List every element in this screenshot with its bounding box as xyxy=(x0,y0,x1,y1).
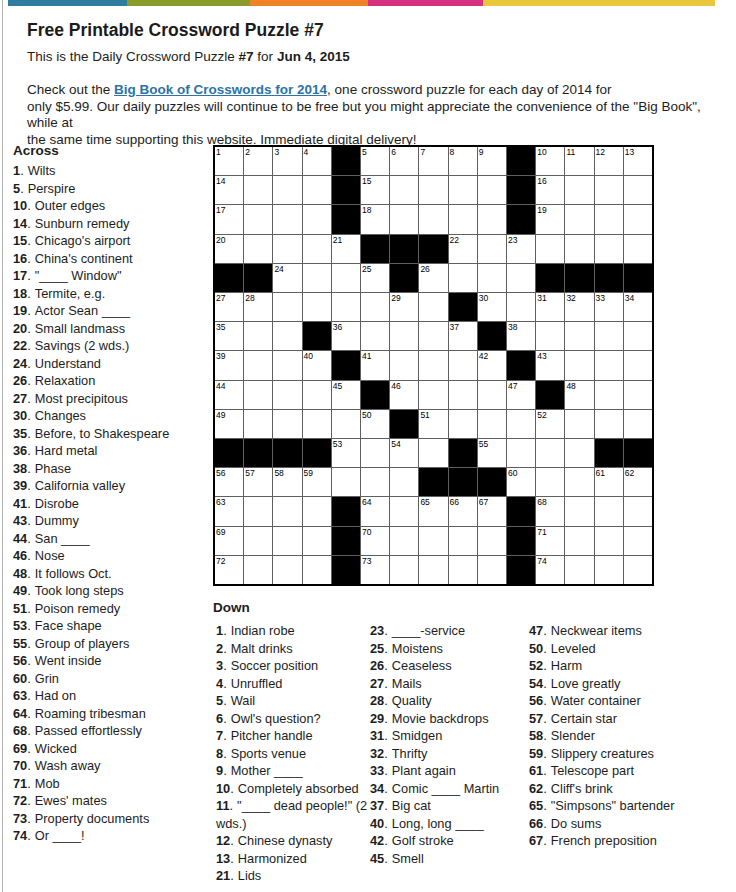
grid-cell xyxy=(449,556,477,584)
grid-cell-block xyxy=(536,381,564,409)
grid-cell xyxy=(419,351,447,379)
grid-cell: 61 xyxy=(595,468,623,496)
clue-separator: . xyxy=(27,758,31,773)
clue-text: Most precipitous xyxy=(35,391,128,406)
clue-number: 42 xyxy=(370,833,384,848)
cell-number: 23 xyxy=(508,235,517,245)
clue-number: 18 xyxy=(13,286,27,301)
clue-item: 31.Smidgen xyxy=(370,727,528,745)
cell-number: 55 xyxy=(479,439,488,449)
grid-cell-block xyxy=(478,322,506,350)
grid-cell xyxy=(361,293,389,321)
grid-cell xyxy=(478,176,506,204)
clue-number: 41 xyxy=(13,496,27,511)
grid-cell xyxy=(536,235,564,263)
clue-text: Cliff's brink xyxy=(551,781,613,796)
clue-item: 43.Dummy xyxy=(13,512,213,530)
clue-separator: . xyxy=(543,798,547,813)
clue-separator: . xyxy=(27,566,31,581)
page-left-border xyxy=(2,0,3,892)
clue-text: Phase xyxy=(35,461,71,476)
grid-cell-block xyxy=(332,351,360,379)
grid-cell: 74 xyxy=(536,556,564,584)
promo-line-1: Check out the Big Book of Crosswords for… xyxy=(27,82,727,99)
grid-cell xyxy=(244,205,272,233)
grid-cell xyxy=(624,497,652,525)
clue-number: 25 xyxy=(370,641,384,656)
grid-cell: 21 xyxy=(332,235,360,263)
clue-separator: . xyxy=(223,728,227,743)
grid-cell xyxy=(244,381,272,409)
cell-number: 67 xyxy=(479,497,488,507)
grid-cell xyxy=(507,264,535,292)
clue-number: 14 xyxy=(13,216,27,231)
grid-cell xyxy=(390,322,418,350)
clue-text: Completely absorbed xyxy=(238,781,359,796)
clue-separator: . xyxy=(543,623,547,638)
clue-item: 11."____ dead people!" (2 wds.) xyxy=(216,797,374,832)
clue-text: Passed effortlessly xyxy=(35,723,142,738)
cell-number: 35 xyxy=(216,322,225,332)
clue-text: Moistens xyxy=(392,641,443,656)
clue-separator: . xyxy=(27,828,31,843)
grid-cell xyxy=(449,176,477,204)
grid-cell xyxy=(565,205,593,233)
grid-cell: 50 xyxy=(361,410,389,438)
grid-cell xyxy=(303,235,331,263)
clue-item: 26.Ceaseless xyxy=(370,657,528,675)
clue-separator: . xyxy=(543,641,547,656)
clue-item: 10.Outer edges xyxy=(13,197,213,215)
cell-number: 60 xyxy=(508,468,517,478)
cell-number: 29 xyxy=(391,293,400,303)
clue-item: 33.Plant again xyxy=(370,762,528,780)
clue-separator: . xyxy=(20,163,24,178)
grid-cell-block xyxy=(624,439,652,467)
clue-separator: . xyxy=(384,781,388,796)
header-stripe-yellow xyxy=(483,0,715,6)
grid-cell: 8 xyxy=(449,147,477,175)
clue-number: 24 xyxy=(13,356,27,371)
grid-cell xyxy=(419,556,447,584)
cell-number: 59 xyxy=(304,468,313,478)
clue-number: 38 xyxy=(13,461,27,476)
clue-text: Sunburn remedy xyxy=(35,216,130,231)
clue-separator: . xyxy=(223,763,227,778)
clue-number: 39 xyxy=(13,478,27,493)
grid-cell: 69 xyxy=(215,527,243,555)
clue-text: Chinese dynasty xyxy=(238,833,333,848)
clue-text: "____ dead people!" (2 wds.) xyxy=(216,798,367,831)
grid-cell: 10 xyxy=(536,147,564,175)
grid-cell xyxy=(624,322,652,350)
cell-number: 3 xyxy=(274,147,279,157)
grid-cell xyxy=(390,556,418,584)
clue-separator: . xyxy=(27,198,31,213)
clue-item: 64.Roaming tribesman xyxy=(13,705,213,723)
grid-cell xyxy=(595,322,623,350)
cell-number: 41 xyxy=(362,351,371,361)
grid-cell: 58 xyxy=(273,468,301,496)
clue-text: Neckwear items xyxy=(551,623,642,638)
grid-cell xyxy=(478,264,506,292)
clue-text: Wicked xyxy=(35,741,77,756)
clue-separator: . xyxy=(27,338,31,353)
grid-cell-block xyxy=(215,264,243,292)
cell-number: 14 xyxy=(216,176,225,186)
grid-cell: 31 xyxy=(536,293,564,321)
clue-text: Wash away xyxy=(35,758,101,773)
clue-separator: . xyxy=(223,641,227,656)
grid-cell-block xyxy=(507,176,535,204)
grid-cell: 52 xyxy=(536,410,564,438)
clue-text: Changes xyxy=(35,408,86,423)
grid-cell xyxy=(303,556,331,584)
grid-cell xyxy=(595,410,623,438)
grid-cell xyxy=(390,205,418,233)
clue-item: 4.Unruffled xyxy=(216,675,374,693)
grid-cell: 73 xyxy=(361,556,389,584)
grid-cell: 9 xyxy=(478,147,506,175)
clue-text: Comic ____ Martin xyxy=(392,781,499,796)
clue-item: 61.Telescope part xyxy=(529,762,707,780)
cell-number: 28 xyxy=(245,293,254,303)
clue-item: 67.French preposition xyxy=(529,832,707,850)
cell-number: 71 xyxy=(537,527,546,537)
grid-cell: 20 xyxy=(215,235,243,263)
clue-text: Grin xyxy=(35,671,59,686)
grid-cell: 3 xyxy=(273,147,301,175)
grid-cell: 43 xyxy=(536,351,564,379)
grid-cell-block xyxy=(303,322,331,350)
grid-cell xyxy=(273,322,301,350)
grid-cell xyxy=(273,381,301,409)
grid-cell: 32 xyxy=(565,293,593,321)
clue-separator: . xyxy=(384,798,388,813)
clue-number: 10 xyxy=(216,781,230,796)
clue-separator: . xyxy=(27,496,31,511)
grid-cell xyxy=(449,381,477,409)
clue-separator: . xyxy=(27,723,31,738)
grid-cell: 17 xyxy=(215,205,243,233)
grid-cell-block xyxy=(624,264,652,292)
grid-cell xyxy=(478,381,506,409)
cell-number: 8 xyxy=(450,147,455,157)
clue-number: 54 xyxy=(529,676,543,691)
cell-number: 2 xyxy=(245,147,250,157)
cell-number: 17 xyxy=(216,205,225,215)
grid-cell-block xyxy=(595,264,623,292)
clue-separator: . xyxy=(223,658,227,673)
grid-cell xyxy=(390,497,418,525)
puzzle-number: #7 xyxy=(239,49,254,64)
grid-cell: 45 xyxy=(332,381,360,409)
clue-item: 10.Completely absorbed xyxy=(216,780,374,798)
grid-cell-block xyxy=(507,205,535,233)
cell-number: 25 xyxy=(362,264,371,274)
grid-cell xyxy=(244,235,272,263)
clue-number: 64 xyxy=(13,706,27,721)
clue-separator: . xyxy=(27,583,31,598)
clue-number: 59 xyxy=(529,746,543,761)
clue-number: 51 xyxy=(13,601,27,616)
clue-item: 16.China's continent xyxy=(13,250,213,268)
grid-cell xyxy=(273,497,301,525)
clue-number: 65 xyxy=(529,798,543,813)
clue-item: 71.Mob xyxy=(13,775,213,793)
grid-cell: 2 xyxy=(244,147,272,175)
clue-separator: . xyxy=(223,711,227,726)
clue-text: Water container xyxy=(551,693,641,708)
clue-item: 1.Wilts xyxy=(13,162,213,180)
clue-number: 17 xyxy=(13,268,27,283)
across-clue-list: 1.Wilts5.Perspire10.Outer edges14.Sunbur… xyxy=(13,162,213,845)
cell-number: 62 xyxy=(625,468,634,478)
header-stripe-olive xyxy=(127,0,250,6)
clue-item: 15.Chicago's airport xyxy=(13,232,213,250)
clue-text: California valley xyxy=(35,478,125,493)
clue-item: 38.Phase xyxy=(13,460,213,478)
clue-item: 34.Comic ____ Martin xyxy=(370,780,528,798)
clue-number: 70 xyxy=(13,758,27,773)
clue-number: 62 xyxy=(529,781,543,796)
clue-item: 62.Cliff's brink xyxy=(529,780,707,798)
grid-cell xyxy=(624,351,652,379)
clue-item: 53.Face shape xyxy=(13,617,213,635)
grid-cell: 41 xyxy=(361,351,389,379)
clue-text: Hard metal xyxy=(35,443,98,458)
big-book-link[interactable]: Big Book of Crosswords for 2014 xyxy=(114,82,327,97)
clue-separator: . xyxy=(230,781,234,796)
grid-cell: 6 xyxy=(390,147,418,175)
clue-text: Love greatly xyxy=(551,676,621,691)
grid-cell xyxy=(273,351,301,379)
grid-cell xyxy=(419,381,447,409)
cell-number: 46 xyxy=(391,381,400,391)
grid-cell xyxy=(361,439,389,467)
grid-cell xyxy=(565,556,593,584)
grid-cell xyxy=(273,235,301,263)
clue-number: 20 xyxy=(13,321,27,336)
promo-line-2: only $5.99. Our daily puzzles will conti… xyxy=(27,99,727,132)
clue-separator: . xyxy=(27,268,31,283)
down-clue-column-2: 23.____-service25.Moistens26.Ceaseless27… xyxy=(370,622,528,867)
clue-text: Wail xyxy=(231,693,255,708)
grid-cell xyxy=(303,205,331,233)
clue-number: 46 xyxy=(13,548,27,563)
clue-separator: . xyxy=(27,653,31,668)
grid-cell: 4 xyxy=(303,147,331,175)
clue-text: Thrifty xyxy=(392,746,428,761)
clue-text: Mails xyxy=(392,676,422,691)
promo-line1-post: , one crossword puzzle for each day of 2… xyxy=(327,82,611,97)
clue-item: 69.Wicked xyxy=(13,740,213,758)
cell-number: 13 xyxy=(625,147,634,157)
clue-item: 40.Long, long ____ xyxy=(370,815,528,833)
grid-cell: 60 xyxy=(507,468,535,496)
clue-number: 58 xyxy=(529,728,543,743)
grid-cell xyxy=(595,527,623,555)
clue-text: Mob xyxy=(35,776,60,791)
grid-cell xyxy=(565,176,593,204)
clue-item: 24.Understand xyxy=(13,355,213,373)
grid-cell-block xyxy=(507,147,535,175)
grid-cell-block xyxy=(449,293,477,321)
grid-cell xyxy=(303,176,331,204)
grid-cell-block xyxy=(507,527,535,555)
grid-cell xyxy=(244,176,272,204)
grid-cell xyxy=(478,410,506,438)
clue-item: 57.Certain star xyxy=(529,710,707,728)
grid-cell xyxy=(303,410,331,438)
clue-text: Big cat xyxy=(392,798,431,813)
clue-number: 56 xyxy=(13,653,27,668)
clue-item: 56.Water container xyxy=(529,692,707,710)
clue-separator: . xyxy=(384,711,388,726)
grid-cell-block xyxy=(273,439,301,467)
grid-cell xyxy=(273,527,301,555)
clue-text: Savings (2 wds.) xyxy=(35,338,130,353)
clue-number: 36 xyxy=(13,443,27,458)
clue-separator: . xyxy=(384,728,388,743)
grid-cell xyxy=(624,176,652,204)
clue-number: 35 xyxy=(13,426,27,441)
clue-number: 31 xyxy=(370,728,384,743)
grid-cell xyxy=(536,439,564,467)
clue-number: 32 xyxy=(370,746,384,761)
cell-number: 26 xyxy=(420,264,429,274)
clue-item: 48.It follows Oct. xyxy=(13,565,213,583)
grid-cell: 71 xyxy=(536,527,564,555)
clue-separator: . xyxy=(384,763,388,778)
grid-cell xyxy=(624,235,652,263)
cell-number: 37 xyxy=(450,322,459,332)
clue-number: 19 xyxy=(13,303,27,318)
cell-number: 63 xyxy=(216,497,225,507)
grid-cell: 29 xyxy=(390,293,418,321)
cell-number: 5 xyxy=(362,147,367,157)
grid-cell xyxy=(419,293,447,321)
clue-number: 28 xyxy=(370,693,384,708)
grid-cell: 64 xyxy=(361,497,389,525)
clue-text: Malt drinks xyxy=(231,641,293,656)
clue-item: 25.Moistens xyxy=(370,640,528,658)
grid-cell xyxy=(332,468,360,496)
clue-item: 26.Relaxation xyxy=(13,372,213,390)
grid-cell: 19 xyxy=(536,205,564,233)
grid-cell xyxy=(449,527,477,555)
cell-number: 36 xyxy=(333,322,342,332)
clue-text: Chicago's airport xyxy=(35,233,131,248)
clue-text: Outer edges xyxy=(35,198,105,213)
clue-number: 12 xyxy=(216,833,230,848)
clue-separator: . xyxy=(20,181,24,196)
clue-item: 5.Perspire xyxy=(13,180,213,198)
clue-separator: . xyxy=(384,623,388,638)
cell-number: 9 xyxy=(479,147,484,157)
clue-number: 67 xyxy=(529,833,543,848)
clue-text: Pitcher handle xyxy=(231,728,313,743)
cell-number: 6 xyxy=(391,147,396,157)
cell-number: 52 xyxy=(537,410,546,420)
cell-number: 65 xyxy=(420,497,429,507)
grid-cell-block xyxy=(507,351,535,379)
clue-text: Harm xyxy=(551,658,582,673)
grid-cell: 18 xyxy=(361,205,389,233)
grid-cell xyxy=(390,468,418,496)
clue-text: "Simpsons" bartender xyxy=(551,798,675,813)
grid-cell: 24 xyxy=(273,264,301,292)
clue-separator: . xyxy=(27,408,31,423)
grid-cell: 62 xyxy=(624,468,652,496)
clue-item: 32.Thrifty xyxy=(370,745,528,763)
grid-cell xyxy=(390,351,418,379)
clue-separator: . xyxy=(27,373,31,388)
clue-separator: . xyxy=(27,321,31,336)
grid-cell: 34 xyxy=(624,293,652,321)
clue-number: 49 xyxy=(13,583,27,598)
grid-cell-block xyxy=(390,264,418,292)
grid-cell xyxy=(449,264,477,292)
page-title: Free Printable Crossword Puzzle #7 xyxy=(27,20,324,41)
grid-cell xyxy=(273,293,301,321)
cell-number: 16 xyxy=(537,176,546,186)
clue-item: 50.Leveled xyxy=(529,640,707,658)
cell-number: 38 xyxy=(508,322,517,332)
grid-cell-block xyxy=(507,556,535,584)
grid-cell xyxy=(419,527,447,555)
grid-cell xyxy=(361,322,389,350)
crossword-grid: 1234567891011121314151617181920212223242… xyxy=(213,145,654,586)
clue-number: 34 xyxy=(370,781,384,796)
grid-cell-block xyxy=(449,468,477,496)
grid-cell-block xyxy=(419,468,447,496)
clue-number: 23 xyxy=(370,623,384,638)
clue-item: 45.Smell xyxy=(370,850,528,868)
grid-cell xyxy=(419,176,447,204)
cell-number: 10 xyxy=(537,147,546,157)
grid-cell xyxy=(303,527,331,555)
clue-text: Slender xyxy=(551,728,595,743)
grid-cell xyxy=(244,322,272,350)
clue-item: 9.Mother ____ xyxy=(216,762,374,780)
clue-separator: . xyxy=(543,658,547,673)
grid-cell xyxy=(361,468,389,496)
clue-number: 68 xyxy=(13,723,27,738)
clue-item: 37.Big cat xyxy=(370,797,528,815)
clue-separator: . xyxy=(27,793,31,808)
grid-cell xyxy=(507,410,535,438)
clue-separator: . xyxy=(27,461,31,476)
clue-separator: . xyxy=(27,811,31,826)
grid-cell xyxy=(507,293,535,321)
clue-item: 54.Love greatly xyxy=(529,675,707,693)
grid-cell: 35 xyxy=(215,322,243,350)
clue-item: 35.Before, to Shakespeare xyxy=(13,425,213,443)
subtitle-for: for xyxy=(254,49,277,64)
clue-separator: . xyxy=(27,286,31,301)
grid-cell: 53 xyxy=(332,439,360,467)
grid-cell xyxy=(595,381,623,409)
clue-item: 39.California valley xyxy=(13,477,213,495)
cell-number: 27 xyxy=(216,293,225,303)
puzzle-date: Jun 4, 2015 xyxy=(277,49,350,64)
clue-text: Termite, e.g. xyxy=(35,286,105,301)
clue-number: 56 xyxy=(529,693,543,708)
clue-separator: . xyxy=(27,478,31,493)
grid-cell xyxy=(565,497,593,525)
clue-separator: . xyxy=(384,746,388,761)
